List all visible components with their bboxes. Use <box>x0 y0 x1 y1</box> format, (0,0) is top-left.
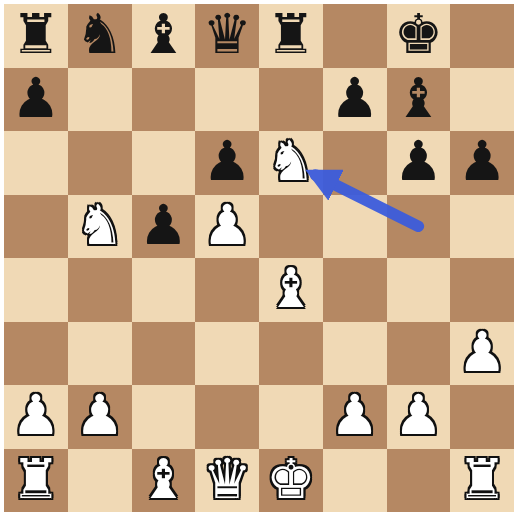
square-f5[interactable] <box>323 195 387 259</box>
square-b7[interactable] <box>68 68 132 132</box>
square-h5[interactable] <box>450 195 514 259</box>
square-g2[interactable]: ♟ <box>387 385 451 449</box>
square-a4[interactable] <box>4 258 68 322</box>
square-c5[interactable]: ♟ <box>132 195 196 259</box>
square-b8[interactable]: ♞ <box>68 4 132 68</box>
square-f8[interactable] <box>323 4 387 68</box>
square-h4[interactable] <box>450 258 514 322</box>
piece-black-rook[interactable]: ♜ <box>11 7 60 62</box>
square-e5[interactable] <box>259 195 323 259</box>
piece-black-queen[interactable]: ♛ <box>202 7 251 62</box>
square-a3[interactable] <box>4 322 68 386</box>
piece-black-pawn[interactable]: ♟ <box>202 134 251 189</box>
piece-black-pawn[interactable]: ♟ <box>457 134 506 189</box>
square-h6[interactable]: ♟ <box>450 131 514 195</box>
square-b2[interactable]: ♟ <box>68 385 132 449</box>
board-frame: ♜♞♝♛♜♚♟♟♝♟♞♟♟♞♟♟♝♟♟♟♟♟♜♝♛♚♜ <box>0 0 518 516</box>
square-g8[interactable]: ♚ <box>387 4 451 68</box>
square-b5[interactable]: ♞ <box>68 195 132 259</box>
square-e3[interactable] <box>259 322 323 386</box>
square-e8[interactable]: ♜ <box>259 4 323 68</box>
square-b6[interactable] <box>68 131 132 195</box>
square-f4[interactable] <box>323 258 387 322</box>
square-f3[interactable] <box>323 322 387 386</box>
square-a2[interactable]: ♟ <box>4 385 68 449</box>
square-c8[interactable]: ♝ <box>132 4 196 68</box>
piece-white-queen[interactable]: ♛ <box>202 452 251 507</box>
square-h2[interactable] <box>450 385 514 449</box>
square-h8[interactable] <box>450 4 514 68</box>
square-d8[interactable]: ♛ <box>195 4 259 68</box>
square-d5[interactable]: ♟ <box>195 195 259 259</box>
square-a5[interactable] <box>4 195 68 259</box>
square-e1[interactable]: ♚ <box>259 449 323 513</box>
piece-white-bishop[interactable]: ♝ <box>139 452 188 507</box>
square-e6[interactable]: ♞ <box>259 131 323 195</box>
square-e4[interactable]: ♝ <box>259 258 323 322</box>
square-d1[interactable]: ♛ <box>195 449 259 513</box>
square-f2[interactable]: ♟ <box>323 385 387 449</box>
square-a8[interactable]: ♜ <box>4 4 68 68</box>
square-c4[interactable] <box>132 258 196 322</box>
square-a6[interactable] <box>4 131 68 195</box>
square-g1[interactable] <box>387 449 451 513</box>
piece-black-pawn[interactable]: ♟ <box>394 134 443 189</box>
square-b4[interactable] <box>68 258 132 322</box>
square-c2[interactable] <box>132 385 196 449</box>
piece-white-rook[interactable]: ♜ <box>457 452 506 507</box>
square-g4[interactable] <box>387 258 451 322</box>
square-d7[interactable] <box>195 68 259 132</box>
square-g7[interactable]: ♝ <box>387 68 451 132</box>
square-h7[interactable] <box>450 68 514 132</box>
piece-white-rook[interactable]: ♜ <box>11 452 60 507</box>
square-a1[interactable]: ♜ <box>4 449 68 513</box>
square-f1[interactable] <box>323 449 387 513</box>
piece-black-bishop[interactable]: ♝ <box>139 7 188 62</box>
chess-board: ♜♞♝♛♜♚♟♟♝♟♞♟♟♞♟♟♝♟♟♟♟♟♜♝♛♚♜ <box>4 4 514 512</box>
square-b3[interactable] <box>68 322 132 386</box>
square-d6[interactable]: ♟ <box>195 131 259 195</box>
square-d3[interactable] <box>195 322 259 386</box>
square-c7[interactable] <box>132 68 196 132</box>
piece-black-bishop[interactable]: ♝ <box>394 71 443 126</box>
piece-white-pawn[interactable]: ♟ <box>75 388 124 443</box>
piece-white-pawn[interactable]: ♟ <box>457 325 506 380</box>
square-f6[interactable] <box>323 131 387 195</box>
square-g3[interactable] <box>387 322 451 386</box>
square-e7[interactable] <box>259 68 323 132</box>
square-g5[interactable] <box>387 195 451 259</box>
piece-black-rook[interactable]: ♜ <box>266 7 315 62</box>
piece-black-king[interactable]: ♚ <box>394 7 443 62</box>
square-c6[interactable] <box>132 131 196 195</box>
square-d2[interactable] <box>195 385 259 449</box>
square-h1[interactable]: ♜ <box>450 449 514 513</box>
square-a7[interactable]: ♟ <box>4 68 68 132</box>
piece-white-pawn[interactable]: ♟ <box>11 388 60 443</box>
square-h3[interactable]: ♟ <box>450 322 514 386</box>
square-g6[interactable]: ♟ <box>387 131 451 195</box>
square-c1[interactable]: ♝ <box>132 449 196 513</box>
piece-white-bishop[interactable]: ♝ <box>266 261 315 316</box>
piece-white-king[interactable]: ♚ <box>266 452 315 507</box>
square-d4[interactable] <box>195 258 259 322</box>
piece-black-pawn[interactable]: ♟ <box>139 198 188 253</box>
piece-white-knight[interactable]: ♞ <box>266 134 315 189</box>
piece-white-pawn[interactable]: ♟ <box>394 388 443 443</box>
piece-white-knight[interactable]: ♞ <box>75 198 124 253</box>
piece-black-pawn[interactable]: ♟ <box>330 71 379 126</box>
piece-white-pawn[interactable]: ♟ <box>202 198 251 253</box>
square-c3[interactable] <box>132 322 196 386</box>
square-b1[interactable] <box>68 449 132 513</box>
piece-black-pawn[interactable]: ♟ <box>11 71 60 126</box>
square-f7[interactable]: ♟ <box>323 68 387 132</box>
piece-black-knight[interactable]: ♞ <box>75 7 124 62</box>
piece-white-pawn[interactable]: ♟ <box>330 388 379 443</box>
square-e2[interactable] <box>259 385 323 449</box>
